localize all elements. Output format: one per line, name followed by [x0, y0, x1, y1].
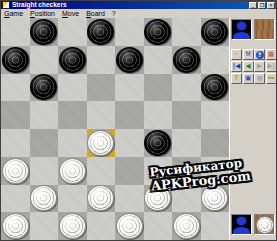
last-move-button[interactable]: ▶| [266, 61, 277, 72]
black-checker[interactable] [59, 47, 86, 73]
square-7-5[interactable] [144, 212, 173, 240]
key-icon: ⊶ [268, 75, 275, 82]
square-6-7[interactable] [201, 185, 230, 213]
hint-icon: ? [235, 75, 239, 82]
square-4-7[interactable] [201, 129, 230, 157]
black-checker[interactable] [30, 74, 57, 100]
side-panel: ⚡⚒?▦|◀◀▶▶|?▣◍⊶ [229, 18, 277, 240]
square-6-4[interactable] [115, 185, 144, 213]
square-0-1[interactable] [30, 18, 59, 46]
black-checker[interactable] [173, 47, 200, 73]
board-setup-button[interactable]: ▦ [266, 49, 277, 60]
square-4-1[interactable] [30, 129, 59, 157]
square-7-1[interactable] [30, 212, 59, 240]
square-3-5[interactable] [144, 101, 173, 129]
square-3-1[interactable] [30, 101, 59, 129]
square-5-3[interactable] [87, 157, 116, 185]
square-5-1[interactable] [30, 157, 59, 185]
square-0-7[interactable] [201, 18, 230, 46]
square-7-6[interactable] [172, 212, 201, 240]
maximize-button[interactable]: ❐ [258, 2, 266, 9]
white-checker[interactable] [2, 158, 29, 184]
quick-game-button[interactable]: ⚡ [231, 49, 242, 60]
square-6-3[interactable] [87, 185, 116, 213]
close-button[interactable]: × [267, 2, 275, 9]
white-checker[interactable] [59, 213, 86, 239]
square-0-2[interactable] [58, 18, 87, 46]
square-5-0[interactable] [1, 157, 30, 185]
board-setup-icon: ▦ [268, 51, 274, 58]
square-1-5[interactable] [144, 46, 173, 74]
white-checker[interactable] [30, 185, 57, 211]
black-checker[interactable] [144, 19, 171, 45]
square-2-5[interactable] [144, 74, 173, 102]
black-checker[interactable] [87, 19, 114, 45]
square-3-0[interactable] [1, 101, 30, 129]
square-3-4[interactable] [115, 101, 144, 129]
bottom-player-area [231, 214, 275, 235]
square-3-2[interactable] [58, 101, 87, 129]
minimize-button[interactable]: _ [249, 2, 257, 9]
black-checker[interactable] [201, 74, 228, 100]
square-6-0[interactable] [1, 185, 30, 213]
square-2-4[interactable] [115, 74, 144, 102]
square-7-2[interactable] [58, 212, 87, 240]
app-icon [2, 1, 10, 9]
square-6-5[interactable] [144, 185, 173, 213]
square-2-3[interactable] [87, 74, 116, 102]
bottom-player-piece-slot [254, 214, 275, 235]
top-player-piece-slot [254, 19, 275, 40]
square-2-1[interactable] [30, 74, 59, 102]
white-checker[interactable] [201, 185, 228, 211]
board [1, 18, 229, 240]
square-5-5[interactable] [144, 157, 173, 185]
tools-button[interactable]: ⚒ [243, 49, 254, 60]
app-window: Straight checkers _ ❐ × Game Position Mo… [0, 0, 277, 241]
white-checker[interactable] [87, 185, 114, 211]
square-1-1[interactable] [30, 46, 59, 74]
square-1-0[interactable] [1, 46, 30, 74]
square-4-0[interactable] [1, 129, 30, 157]
square-5-4[interactable] [115, 157, 144, 185]
bottom-player-avatar [231, 214, 252, 235]
menu-move[interactable]: Move [62, 9, 79, 18]
white-turn-indicator-checker [256, 216, 274, 234]
square-0-5[interactable] [144, 18, 173, 46]
square-3-6[interactable] [172, 101, 201, 129]
square-7-0[interactable] [1, 212, 30, 240]
square-4-4[interactable] [115, 129, 144, 157]
square-7-7[interactable] [201, 212, 230, 240]
square-6-2[interactable] [58, 185, 87, 213]
square-7-3[interactable] [87, 212, 116, 240]
square-6-6[interactable] [172, 185, 201, 213]
square-4-6[interactable] [172, 129, 201, 157]
white-checker[interactable] [59, 158, 86, 184]
selection-corner [107, 149, 115, 157]
internet-icon: ◍ [257, 75, 263, 82]
selection-corner [107, 129, 115, 137]
toolbar: ⚡⚒?▦|◀◀▶▶|?▣◍⊶ [231, 49, 277, 85]
square-0-6[interactable] [172, 18, 201, 46]
square-7-4[interactable] [115, 212, 144, 240]
white-checker[interactable] [2, 213, 29, 239]
network-game-button[interactable]: ▣ [243, 73, 254, 84]
help-button[interactable]: ? [254, 49, 265, 60]
black-checker[interactable] [116, 47, 143, 73]
menu-bar: Game Position Move Board ? [1, 9, 276, 18]
first-move-button[interactable]: |◀ [231, 61, 242, 72]
square-1-6[interactable] [172, 46, 201, 74]
top-player-avatar [231, 19, 252, 40]
window-title: Straight checkers [12, 1, 247, 9]
menu-game[interactable]: Game [4, 9, 23, 18]
square-4-5[interactable] [144, 129, 173, 157]
internet-button[interactable]: ◍ [254, 73, 265, 84]
tools-icon: ⚒ [245, 51, 251, 58]
title-bar[interactable]: Straight checkers _ ❐ × [1, 1, 276, 9]
key-button[interactable]: ⊶ [266, 73, 277, 84]
square-5-7[interactable] [201, 157, 230, 185]
square-0-4[interactable] [115, 18, 144, 46]
last-move-icon: ▶| [267, 63, 274, 70]
black-checker[interactable] [2, 47, 29, 73]
square-2-0[interactable] [1, 74, 30, 102]
square-2-2[interactable] [58, 74, 87, 102]
square-1-4[interactable] [115, 46, 144, 74]
prev-move-button[interactable]: ◀ [243, 61, 254, 72]
prev-move-icon: ◀ [246, 63, 251, 70]
quick-game-icon: ⚡ [234, 51, 239, 58]
first-move-icon: |◀ [233, 63, 240, 70]
square-5-6[interactable] [172, 157, 201, 185]
square-5-2[interactable] [58, 157, 87, 185]
square-0-3[interactable] [87, 18, 116, 46]
help-icon: ? [256, 51, 264, 59]
square-3-3[interactable] [87, 101, 116, 129]
selection-corner [87, 149, 95, 157]
network-game-icon: ▣ [245, 75, 251, 82]
square-3-7[interactable] [201, 101, 230, 129]
hint-button[interactable]: ? [231, 73, 242, 84]
square-1-2[interactable] [58, 46, 87, 74]
menu-position[interactable]: Position [30, 9, 55, 18]
next-move-icon: ▶ [257, 63, 262, 70]
square-1-7[interactable] [201, 46, 230, 74]
next-move-button[interactable]: ▶ [254, 61, 265, 72]
top-player-area [231, 19, 277, 40]
white-checker[interactable] [173, 213, 200, 239]
menu-help[interactable]: ? [112, 9, 116, 18]
square-0-0[interactable] [1, 18, 30, 46]
square-4-3[interactable] [87, 129, 116, 157]
black-checker[interactable] [144, 130, 171, 156]
square-2-6[interactable] [172, 74, 201, 102]
square-6-1[interactable] [30, 185, 59, 213]
black-checker[interactable] [201, 19, 228, 45]
black-checker[interactable] [30, 19, 57, 45]
square-2-7[interactable] [201, 74, 230, 102]
selection-corner [87, 129, 95, 137]
square-4-2[interactable] [58, 129, 87, 157]
white-checker[interactable] [116, 213, 143, 239]
menu-board[interactable]: Board [86, 9, 105, 18]
white-checker[interactable] [144, 185, 171, 211]
square-1-3[interactable] [87, 46, 116, 74]
